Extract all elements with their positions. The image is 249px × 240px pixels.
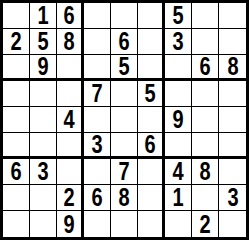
cell-r3c7[interactable]: [165, 55, 192, 81]
given-digit: 8: [63, 29, 74, 54]
cell-r4c8[interactable]: [192, 81, 219, 107]
given-digit: 8: [227, 55, 238, 79]
cell-r6c4[interactable]: 3: [84, 133, 111, 159]
given-digit: 7: [91, 81, 102, 106]
given-digit: 4: [172, 159, 183, 184]
given-digit: 1: [172, 185, 183, 210]
given-digit: 3: [91, 133, 102, 157]
given-digit: 6: [118, 29, 129, 54]
given-digit: 9: [172, 107, 183, 132]
given-digit: 1: [37, 3, 48, 28]
cell-r6c7[interactable]: [165, 133, 192, 159]
cell-r3c5[interactable]: 5: [111, 55, 138, 81]
given-digit: 7: [118, 159, 129, 184]
cell-r4c1[interactable]: [3, 81, 30, 107]
cell-r3c2[interactable]: 9: [30, 55, 57, 81]
given-digit: 2: [63, 185, 74, 210]
cell-r4c4[interactable]: 7: [84, 81, 111, 107]
cell-r2c8[interactable]: [192, 29, 219, 55]
cell-r9c3[interactable]: 9: [57, 211, 84, 237]
cell-r2c5[interactable]: 6: [111, 29, 138, 55]
cell-r5c1[interactable]: [3, 107, 30, 133]
cell-r6c1[interactable]: [3, 133, 30, 159]
given-digit: 9: [63, 212, 74, 237]
given-digit: 6: [91, 185, 102, 210]
given-digit: 2: [10, 29, 21, 54]
cell-r6c9[interactable]: [219, 133, 246, 159]
cell-r6c3[interactable]: [57, 133, 84, 159]
cell-r1c8[interactable]: [192, 3, 219, 29]
given-digit: 5: [172, 3, 183, 28]
cell-r4c6[interactable]: 5: [138, 81, 165, 107]
cell-r7c4[interactable]: [84, 159, 111, 185]
cell-r1c2[interactable]: 1: [30, 3, 57, 29]
given-digit: 6: [63, 3, 74, 28]
cell-r8c9[interactable]: 3: [219, 185, 246, 211]
given-digit: 3: [37, 159, 48, 184]
given-digit: 2: [199, 212, 210, 237]
given-digit: 5: [37, 29, 48, 54]
cell-r8c3[interactable]: 2: [57, 185, 84, 211]
cell-r3c1[interactable]: [3, 55, 30, 81]
cell-r9c6[interactable]: [138, 211, 165, 237]
cell-r2c9[interactable]: [219, 29, 246, 55]
cell-r9c1[interactable]: [3, 211, 30, 237]
cell-r7c5[interactable]: 7: [111, 159, 138, 185]
cell-r2c4[interactable]: [84, 29, 111, 55]
given-digit: 6: [10, 159, 21, 184]
cell-r8c8[interactable]: [192, 185, 219, 211]
given-digit: 4: [63, 107, 74, 132]
cell-r4c7[interactable]: [165, 81, 192, 107]
given-digit: 3: [227, 185, 238, 210]
cell-r7c7[interactable]: 4: [165, 159, 192, 185]
cell-r2c2[interactable]: 5: [30, 29, 57, 55]
given-digit: 5: [144, 81, 155, 106]
cell-r4c5[interactable]: [111, 81, 138, 107]
cell-r5c9[interactable]: [219, 107, 246, 133]
cell-r9c9[interactable]: [219, 211, 246, 237]
cell-r8c7[interactable]: 1: [165, 185, 192, 211]
given-digit: 6: [144, 133, 155, 157]
cell-r1c5[interactable]: [111, 3, 138, 29]
cell-r8c2[interactable]: [30, 185, 57, 211]
cell-r3c4[interactable]: [84, 55, 111, 81]
cell-r7c8[interactable]: 8: [192, 159, 219, 185]
cell-r9c2[interactable]: [30, 211, 57, 237]
cell-r4c3[interactable]: [57, 81, 84, 107]
cell-r6c5[interactable]: [111, 133, 138, 159]
cell-r3c6[interactable]: [138, 55, 165, 81]
cell-r5c7[interactable]: 9: [165, 107, 192, 133]
cell-r7c1[interactable]: 6: [3, 159, 30, 185]
cell-r3c3[interactable]: [57, 55, 84, 81]
cell-r2c6[interactable]: [138, 29, 165, 55]
cell-r5c4[interactable]: [84, 107, 111, 133]
cell-r7c3[interactable]: [57, 159, 84, 185]
cell-r4c2[interactable]: [30, 81, 57, 107]
cell-r3c8[interactable]: 6: [192, 55, 219, 81]
cell-r5c5[interactable]: [111, 107, 138, 133]
cell-r6c2[interactable]: [30, 133, 57, 159]
cell-r9c5[interactable]: [111, 211, 138, 237]
cell-r8c5[interactable]: 8: [111, 185, 138, 211]
cell-r8c4[interactable]: 6: [84, 185, 111, 211]
cell-r9c8[interactable]: 2: [192, 211, 219, 237]
cell-r9c4[interactable]: [84, 211, 111, 237]
cell-r3c9[interactable]: 8: [219, 55, 246, 81]
cell-r7c9[interactable]: [219, 159, 246, 185]
given-digit: 3: [172, 29, 183, 54]
cell-r2c7[interactable]: 3: [165, 29, 192, 55]
cell-r1c4[interactable]: [84, 3, 111, 29]
cell-r2c1[interactable]: 2: [3, 29, 30, 55]
cell-r5c3[interactable]: 4: [57, 107, 84, 133]
cell-r1c1[interactable]: [3, 3, 30, 29]
cell-r1c7[interactable]: 5: [165, 3, 192, 29]
sudoku-board: 165258639568754936637482681392: [0, 0, 249, 240]
cell-r5c6[interactable]: [138, 107, 165, 133]
given-digit: 5: [118, 55, 129, 79]
cell-r1c9[interactable]: [219, 3, 246, 29]
given-digit: 8: [199, 159, 210, 184]
cell-r9c7[interactable]: [165, 211, 192, 237]
cell-r1c6[interactable]: [138, 3, 165, 29]
cell-r4c9[interactable]: [219, 81, 246, 107]
cell-r5c2[interactable]: [30, 107, 57, 133]
cell-r8c1[interactable]: [3, 185, 30, 211]
cell-r8c6[interactable]: [138, 185, 165, 211]
cell-r1c3[interactable]: 6: [57, 3, 84, 29]
given-digit: 6: [199, 55, 210, 79]
given-digit: 9: [37, 55, 48, 79]
cell-r7c2[interactable]: 3: [30, 159, 57, 185]
cell-r5c8[interactable]: [192, 107, 219, 133]
cell-r6c8[interactable]: [192, 133, 219, 159]
cell-r7c6[interactable]: [138, 159, 165, 185]
cell-r6c6[interactable]: 6: [138, 133, 165, 159]
cell-r2c3[interactable]: 8: [57, 29, 84, 55]
given-digit: 8: [118, 185, 129, 210]
